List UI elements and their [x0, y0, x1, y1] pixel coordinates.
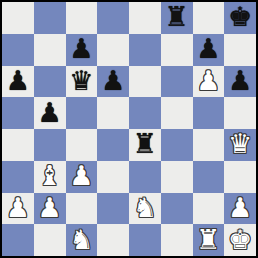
square-h8[interactable]: ♚ — [224, 2, 256, 34]
square-c4[interactable] — [66, 129, 98, 161]
square-b2[interactable]: ♟ — [34, 193, 66, 225]
white-queen-piece[interactable]: ♛ — [228, 130, 252, 157]
square-h7[interactable] — [224, 34, 256, 66]
square-a8[interactable] — [2, 2, 34, 34]
square-a6[interactable]: ♟ — [2, 66, 34, 98]
square-c5[interactable] — [66, 97, 98, 129]
square-f4[interactable] — [161, 129, 193, 161]
square-b8[interactable] — [34, 2, 66, 34]
square-h2[interactable]: ♟ — [224, 193, 256, 225]
chess-board: ♜♚♟♟♟♛♟♟♟♟♜♛♝♟♟♟♞♟♞♜♚ — [2, 2, 256, 256]
square-g7[interactable]: ♟ — [193, 34, 225, 66]
square-e3[interactable] — [129, 161, 161, 193]
square-f5[interactable] — [161, 97, 193, 129]
black-pawn-piece[interactable]: ♟ — [69, 35, 93, 62]
square-e7[interactable] — [129, 34, 161, 66]
square-b6[interactable] — [34, 66, 66, 98]
square-b5[interactable]: ♟ — [34, 97, 66, 129]
square-f3[interactable] — [161, 161, 193, 193]
square-g1[interactable]: ♜ — [193, 224, 225, 256]
square-g4[interactable] — [193, 129, 225, 161]
square-e2[interactable]: ♞ — [129, 193, 161, 225]
square-h3[interactable] — [224, 161, 256, 193]
square-g3[interactable] — [193, 161, 225, 193]
square-g8[interactable] — [193, 2, 225, 34]
white-knight-piece[interactable]: ♞ — [133, 194, 157, 221]
square-c3[interactable]: ♟ — [66, 161, 98, 193]
square-a7[interactable] — [2, 34, 34, 66]
square-h5[interactable] — [224, 97, 256, 129]
square-d8[interactable] — [97, 2, 129, 34]
square-e8[interactable] — [129, 2, 161, 34]
white-pawn-piece[interactable]: ♟ — [6, 194, 30, 221]
black-rook-piece[interactable]: ♜ — [165, 3, 189, 30]
square-b1[interactable] — [34, 224, 66, 256]
black-pawn-piece[interactable]: ♟ — [38, 99, 62, 126]
black-pawn-piece[interactable]: ♟ — [228, 67, 252, 94]
white-knight-piece[interactable]: ♞ — [69, 226, 93, 253]
square-a2[interactable]: ♟ — [2, 193, 34, 225]
square-e5[interactable] — [129, 97, 161, 129]
black-rook-piece[interactable]: ♜ — [133, 130, 157, 157]
white-rook-piece[interactable]: ♜ — [196, 226, 220, 253]
square-h1[interactable]: ♚ — [224, 224, 256, 256]
square-c6[interactable]: ♛ — [66, 66, 98, 98]
black-queen-piece[interactable]: ♛ — [69, 67, 93, 94]
white-pawn-piece[interactable]: ♟ — [228, 194, 252, 221]
white-pawn-piece[interactable]: ♟ — [69, 162, 93, 189]
square-d7[interactable] — [97, 34, 129, 66]
square-d3[interactable] — [97, 161, 129, 193]
square-b4[interactable] — [34, 129, 66, 161]
square-f6[interactable] — [161, 66, 193, 98]
square-c8[interactable] — [66, 2, 98, 34]
square-e6[interactable] — [129, 66, 161, 98]
black-pawn-piece[interactable]: ♟ — [101, 67, 125, 94]
square-e4[interactable]: ♜ — [129, 129, 161, 161]
square-b7[interactable] — [34, 34, 66, 66]
square-f2[interactable] — [161, 193, 193, 225]
square-d4[interactable] — [97, 129, 129, 161]
square-a4[interactable] — [2, 129, 34, 161]
white-bishop-piece[interactable]: ♝ — [38, 162, 62, 189]
square-b3[interactable]: ♝ — [34, 161, 66, 193]
square-c2[interactable] — [66, 193, 98, 225]
square-f7[interactable] — [161, 34, 193, 66]
square-d6[interactable]: ♟ — [97, 66, 129, 98]
black-king-piece[interactable]: ♚ — [228, 3, 252, 30]
square-d1[interactable] — [97, 224, 129, 256]
black-pawn-piece[interactable]: ♟ — [6, 67, 30, 94]
white-pawn-piece[interactable]: ♟ — [38, 194, 62, 221]
square-f8[interactable]: ♜ — [161, 2, 193, 34]
square-g5[interactable] — [193, 97, 225, 129]
square-d5[interactable] — [97, 97, 129, 129]
chess-board-frame: ♜♚♟♟♟♛♟♟♟♟♜♛♝♟♟♟♞♟♞♜♚ — [0, 0, 258, 258]
white-king-piece[interactable]: ♚ — [228, 226, 252, 253]
black-pawn-piece[interactable]: ♟ — [196, 35, 220, 62]
square-h4[interactable]: ♛ — [224, 129, 256, 161]
square-c1[interactable]: ♞ — [66, 224, 98, 256]
square-a5[interactable] — [2, 97, 34, 129]
square-g6[interactable]: ♟ — [193, 66, 225, 98]
square-f1[interactable] — [161, 224, 193, 256]
square-g2[interactable] — [193, 193, 225, 225]
square-c7[interactable]: ♟ — [66, 34, 98, 66]
white-pawn-piece[interactable]: ♟ — [196, 67, 220, 94]
square-a3[interactable] — [2, 161, 34, 193]
square-e1[interactable] — [129, 224, 161, 256]
square-h6[interactable]: ♟ — [224, 66, 256, 98]
square-a1[interactable] — [2, 224, 34, 256]
square-d2[interactable] — [97, 193, 129, 225]
